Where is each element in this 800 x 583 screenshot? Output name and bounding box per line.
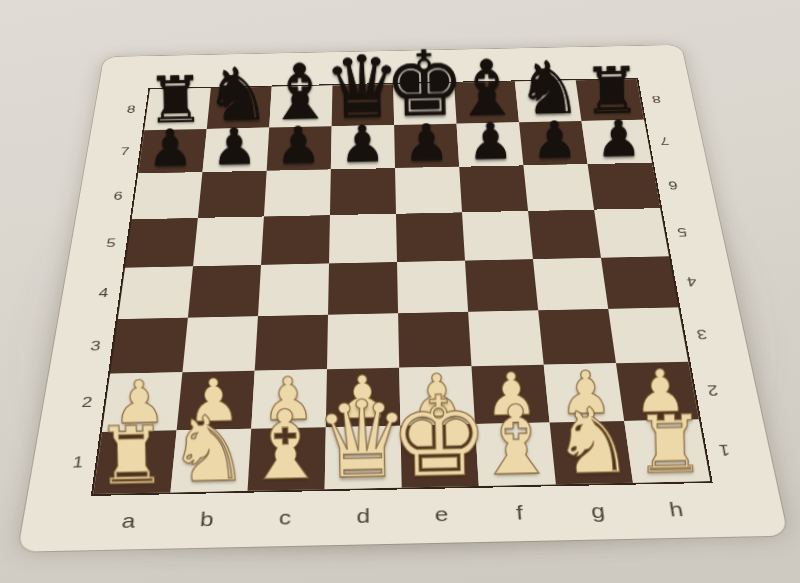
square-f3 (468, 310, 544, 366)
square-a2: ♟ (102, 372, 182, 432)
chess-board: ♜♞♝♛♚♝♞♜♟♟♟♟♟♟♟♟♟♟♟♟♟♟♟♟♜♞♝♛♚♝♞♜ (93, 79, 710, 494)
square-b7: ♟ (202, 128, 269, 173)
square-h8: ♜ (576, 79, 644, 121)
white-pawn-b2: ♟ (187, 376, 241, 426)
white-rook-h1: ♜ (634, 412, 706, 478)
square-a7: ♟ (138, 129, 207, 174)
coordinate-label-3: 3 (49, 319, 118, 375)
coordinate-label-g: g (556, 483, 641, 541)
coordinate-label-1: 1 (28, 432, 102, 495)
square-g3 (538, 309, 616, 365)
white-queen-d1: ♛ (314, 395, 411, 484)
square-e6 (395, 167, 462, 214)
coordinate-label-f: f (479, 484, 562, 542)
white-knight-b1: ♞ (167, 412, 250, 488)
black-queen-d8: ♛ (323, 51, 402, 123)
coordinate-label-8: 8 (91, 89, 150, 131)
white-pawn-g2: ♟ (559, 368, 613, 418)
black-pawn-c7: ♟ (275, 125, 321, 168)
black-rook-a8: ♜ (146, 73, 205, 127)
black-pawn-f7: ♟ (467, 121, 513, 164)
square-a8: ♜ (144, 88, 211, 130)
white-pawn-a2: ♟ (112, 378, 166, 428)
square-f2: ♟ (471, 365, 549, 424)
square-b4 (188, 265, 261, 318)
square-c2: ♟ (251, 369, 327, 429)
square-f5 (462, 211, 533, 261)
square-h5 (594, 208, 669, 258)
square-d7: ♟ (331, 125, 395, 169)
coordinate-label-e: e (402, 486, 483, 544)
white-pawn-e2: ♟ (410, 371, 464, 421)
square-d4 (328, 262, 398, 315)
black-pawn-e7: ♟ (403, 122, 449, 165)
coordinate-label-4: 4 (669, 255, 738, 307)
black-knight-g8: ♞ (516, 58, 583, 119)
square-a1: ♜ (93, 430, 176, 494)
coordinate-label-5: 5 (660, 207, 727, 256)
black-pawn-g7: ♟ (531, 119, 577, 162)
black-rook-h8: ♜ (582, 64, 641, 118)
square-g1: ♞ (550, 421, 633, 484)
square-c6 (264, 169, 331, 216)
square-a6 (132, 172, 203, 219)
black-bishop-f8: ♝ (452, 56, 522, 121)
white-pawn-c2: ♟ (261, 375, 315, 425)
black-pawn-a7: ♟ (147, 127, 193, 170)
coordinate-label-5: 5 (67, 219, 132, 269)
square-c1: ♝ (248, 427, 326, 491)
board-scene: 87654321 87654321 abcdefgh ♜♞♝♛♚♝♞♜♟♟♟♟♟… (18, 45, 788, 552)
photo-background: 87654321 87654321 abcdefgh ♜♞♝♛♚♝♞♜♟♟♟♟♟… (0, 0, 800, 583)
square-b5 (193, 216, 264, 266)
square-h1: ♜ (624, 419, 710, 482)
coordinate-label-c: c (244, 489, 324, 547)
square-e1: ♚ (400, 424, 478, 487)
square-d5 (329, 214, 397, 264)
white-knight-g1: ♞ (552, 404, 635, 480)
square-e3 (398, 312, 471, 368)
square-b2: ♟ (177, 371, 255, 431)
square-g8: ♞ (515, 80, 582, 122)
square-c5 (261, 215, 330, 265)
square-e7: ♟ (394, 124, 459, 168)
black-pawn-d7: ♟ (339, 123, 385, 166)
white-rook-a1: ♜ (96, 423, 168, 489)
square-h4 (601, 256, 678, 309)
square-f4 (465, 259, 538, 312)
white-pawn-f2: ♟ (484, 370, 538, 420)
square-g2: ♟ (544, 363, 624, 422)
square-g6 (523, 164, 594, 211)
square-f6 (459, 165, 528, 212)
square-b3 (182, 316, 258, 372)
square-h3 (608, 307, 688, 363)
coordinate-label-7: 7 (644, 119, 707, 163)
square-g7: ♟ (519, 121, 588, 165)
coordinate-label-2: 2 (38, 374, 110, 434)
square-e2: ♟ (399, 366, 475, 425)
square-f7: ♟ (457, 122, 524, 166)
square-a3 (110, 318, 188, 374)
square-e4 (397, 261, 468, 314)
coordinate-label-b: b (165, 491, 248, 549)
coordinate-label-h: h (633, 481, 720, 539)
coordinate-label-6: 6 (76, 173, 139, 220)
coordinate-label-3: 3 (678, 306, 750, 362)
square-a4 (118, 266, 193, 319)
chess-mat: 87654321 87654321 abcdefgh ♜♞♝♛♚♝♞♜♟♟♟♟♟… (18, 45, 788, 552)
square-c8: ♝ (269, 85, 332, 127)
square-g5 (528, 210, 601, 260)
coordinate-label-4: 4 (58, 268, 125, 321)
square-d8: ♛ (332, 84, 394, 126)
coordinate-label-7: 7 (84, 130, 145, 174)
coordinate-label-d: d (324, 488, 403, 546)
square-c7: ♟ (267, 126, 332, 171)
square-d2: ♟ (326, 368, 401, 428)
square-h2: ♟ (616, 362, 699, 421)
white-pawn-d2: ♟ (336, 373, 390, 423)
black-knight-b8: ♞ (204, 64, 271, 125)
square-e5 (396, 212, 465, 262)
square-a5 (125, 218, 198, 268)
coordinate-label-8: 8 (636, 78, 697, 120)
square-h6 (588, 163, 661, 210)
square-d6 (330, 168, 396, 215)
square-b1: ♞ (170, 429, 251, 493)
square-g4 (533, 258, 608, 311)
square-d1: ♛ (325, 426, 402, 489)
square-c3 (255, 315, 328, 371)
black-pawn-h7: ♟ (595, 118, 641, 161)
coordinate-label-1: 1 (699, 418, 776, 481)
square-e8: ♚ (393, 83, 456, 125)
black-bishop-c8: ♝ (265, 60, 335, 125)
coordinate-label-a: a (85, 492, 170, 550)
square-f1: ♝ (475, 423, 556, 486)
coordinate-label-6: 6 (652, 162, 717, 209)
black-pawn-b7: ♟ (211, 126, 257, 169)
square-f8: ♝ (454, 82, 519, 124)
square-c4 (258, 263, 329, 316)
square-h7: ♟ (581, 120, 651, 164)
white-pawn-h2: ♟ (633, 367, 687, 417)
square-d3 (327, 313, 399, 369)
coordinate-label-2: 2 (688, 360, 762, 419)
square-b6 (198, 171, 267, 218)
square-b8: ♞ (207, 87, 272, 129)
